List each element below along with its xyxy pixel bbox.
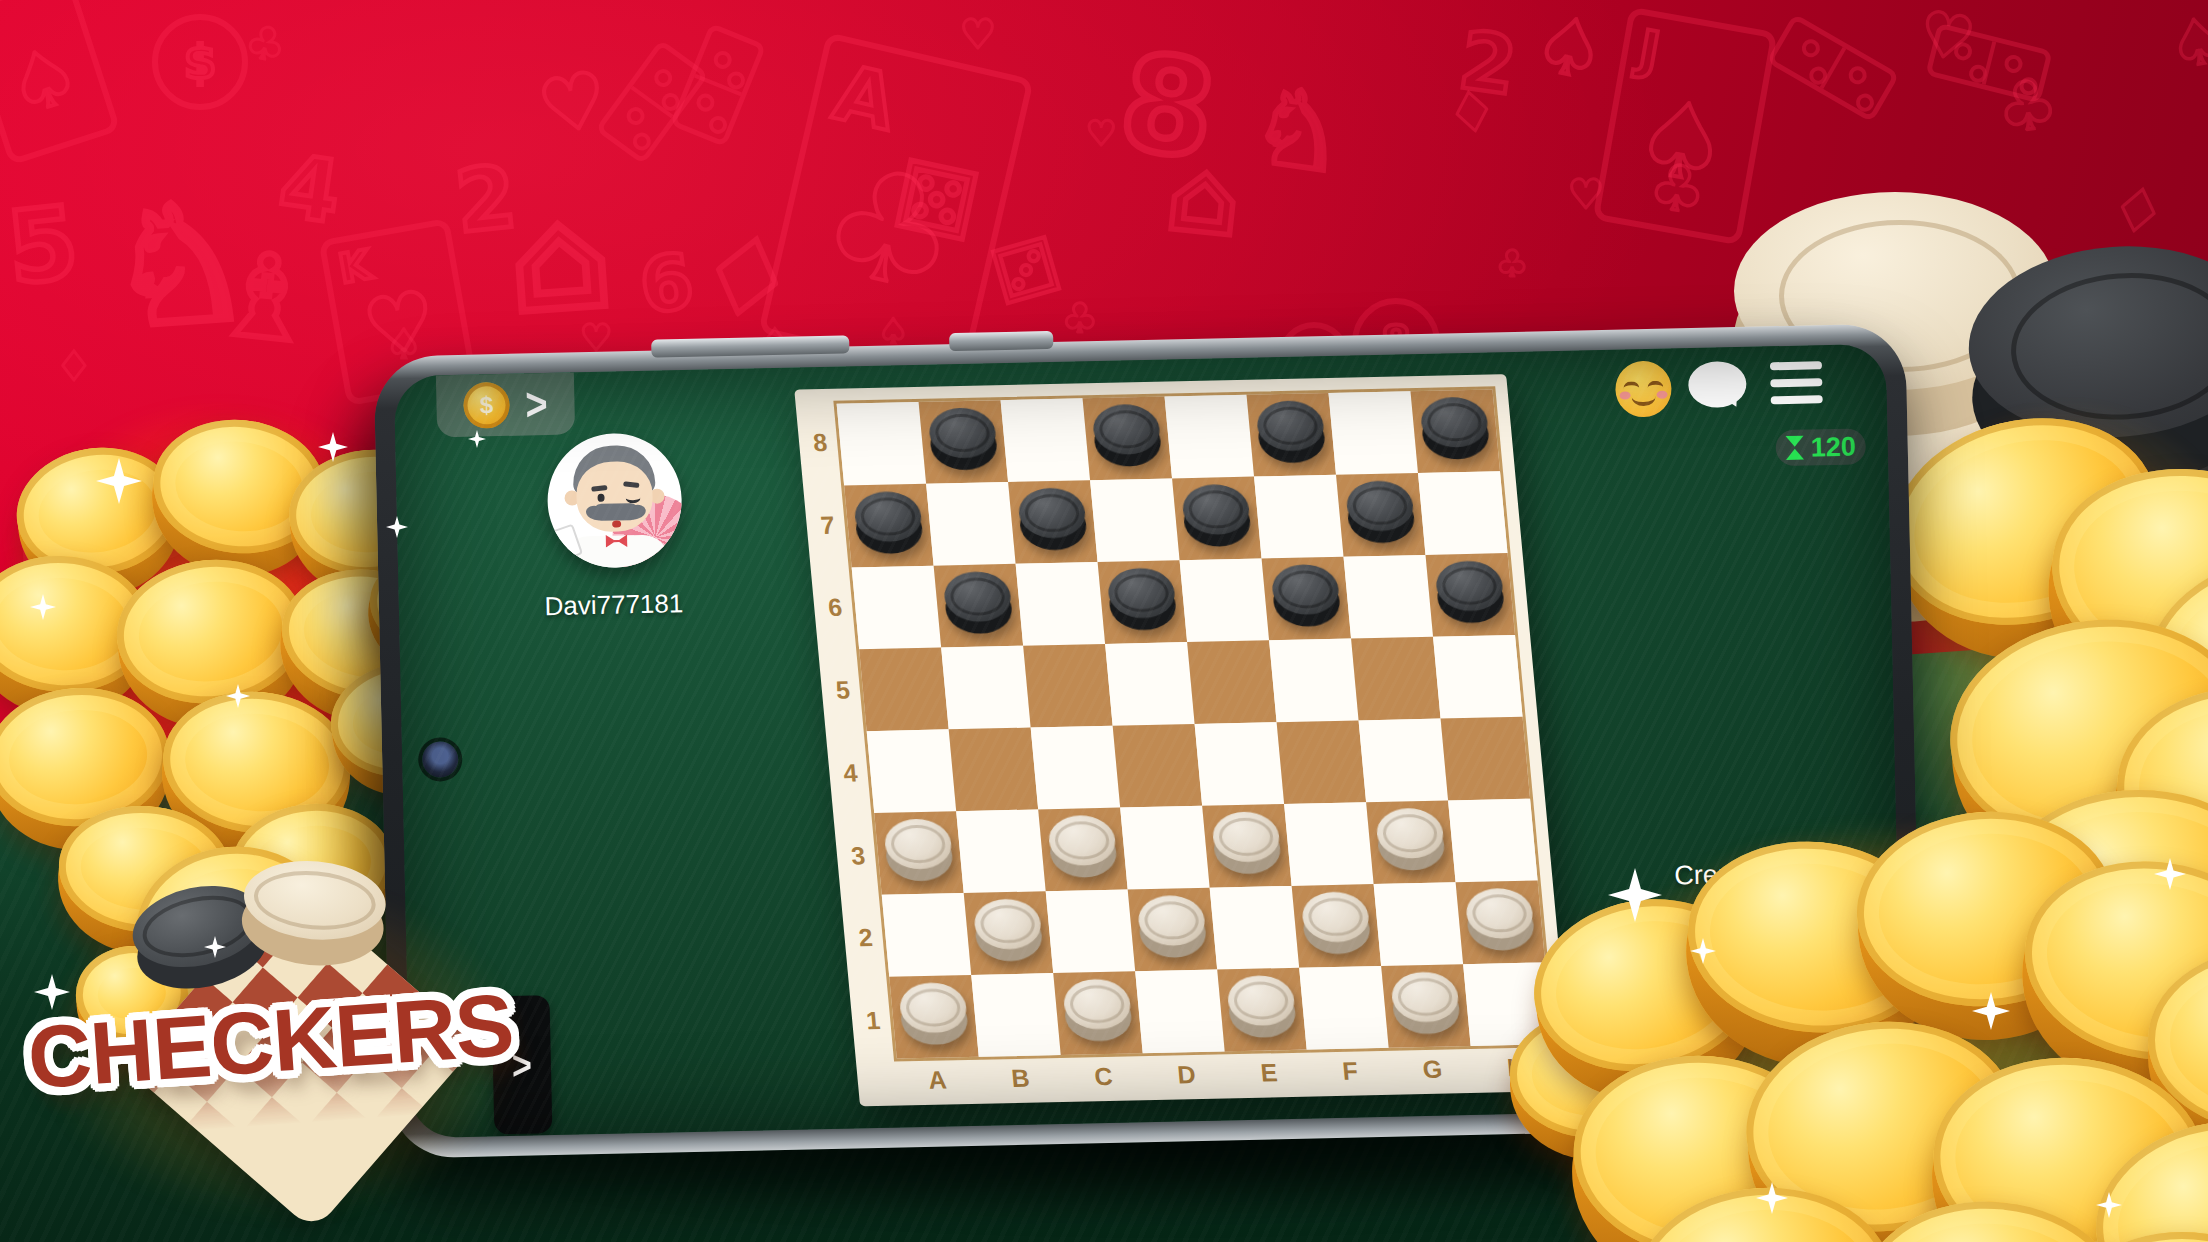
pattern-card-J: J♠ <box>1592 7 1777 246</box>
pattern-ring-7: 7 <box>120 482 198 560</box>
pattern-domino <box>1766 13 1900 122</box>
rank-label-5: 5 <box>835 676 852 705</box>
pattern-ring-$: $ <box>152 14 248 110</box>
square-A7[interactable] <box>844 484 934 568</box>
rank-label-3: 3 <box>850 841 867 870</box>
square-G3[interactable] <box>1366 800 1456 884</box>
black-piece-B6[interactable] <box>942 571 1014 634</box>
square-D6[interactable] <box>1098 560 1188 644</box>
pattern-glyph: ♥ <box>1915 2 1978 70</box>
square-B3[interactable] <box>956 809 1046 893</box>
pattern-glyph: ♠ <box>2165 8 2208 79</box>
square-D8[interactable] <box>1083 397 1173 481</box>
square-B7[interactable] <box>926 482 1016 566</box>
black-piece-A7[interactable] <box>853 491 925 554</box>
square-B4[interactable] <box>949 728 1039 812</box>
pattern-glyph: ♦ <box>689 216 805 339</box>
square-A6[interactable] <box>852 566 942 650</box>
square-D7[interactable] <box>1090 478 1180 562</box>
board-grid <box>833 386 1556 1061</box>
square-E8[interactable] <box>1165 395 1255 479</box>
square-H3[interactable] <box>1448 799 1538 883</box>
coin-balance-tab[interactable]: $ > <box>436 372 575 437</box>
pattern-glyph: ♥ <box>960 14 996 54</box>
pattern-glyph: ⌂ <box>1163 145 1245 252</box>
square-C5[interactable] <box>1023 644 1113 728</box>
chat-bubble-button[interactable] <box>1688 361 1747 408</box>
file-label-H: H <box>1506 1052 1527 1081</box>
pattern-glyph: ♠ <box>1529 4 1611 93</box>
file-label-B: B <box>1010 1063 1031 1092</box>
pattern-glyph: 2 <box>1455 21 1521 108</box>
menu-button[interactable] <box>1770 361 1823 404</box>
black-piece-F6[interactable] <box>1270 564 1342 627</box>
pattern-glyph: ♦ <box>1444 82 1501 144</box>
white-piece-G1[interactable] <box>1390 971 1462 1034</box>
file-label-A: A <box>927 1065 948 1094</box>
file-label-D: D <box>1176 1060 1197 1089</box>
white-piece-D2[interactable] <box>1136 895 1208 958</box>
rank-label-8: 8 <box>812 428 829 457</box>
file-label-F: F <box>1341 1056 1359 1085</box>
square-F7[interactable] <box>1254 475 1344 559</box>
square-G1[interactable] <box>1381 964 1471 1048</box>
square-H1[interactable] <box>1463 962 1553 1046</box>
square-G6[interactable] <box>1344 555 1434 639</box>
white-piece-C1[interactable] <box>1062 978 1134 1041</box>
front-camera <box>422 741 459 778</box>
local-player-avatar <box>1728 914 1857 1043</box>
square-C6[interactable] <box>1016 562 1106 646</box>
black-piece-H8[interactable] <box>1419 397 1491 460</box>
checkers-logo: CHECKERS <box>16 853 599 1241</box>
square-C7[interactable] <box>1008 480 1098 564</box>
pattern-glyph: ♣ <box>1646 154 1710 223</box>
white-piece-E3[interactable] <box>1211 811 1283 874</box>
pattern-glyph: ♦ <box>56 346 92 386</box>
white-piece-H2[interactable] <box>1464 888 1536 951</box>
square-E5[interactable] <box>1187 640 1277 724</box>
square-D4[interactable] <box>1113 724 1203 808</box>
white-piece-A3[interactable] <box>883 818 955 881</box>
square-C3[interactable] <box>1038 808 1128 892</box>
pattern-glyph: ♦ <box>2107 177 2170 245</box>
black-piece-D6[interactable] <box>1106 567 1178 630</box>
square-E7[interactable] <box>1172 477 1262 561</box>
emoji-smile-button[interactable] <box>1615 361 1672 418</box>
pattern-glyph: 4 <box>274 142 345 235</box>
pattern-card-A: A♣ <box>758 32 1034 380</box>
square-C1[interactable] <box>1053 971 1143 1055</box>
square-F8[interactable] <box>1247 393 1337 477</box>
pattern-glyph: ♞ <box>1245 72 1352 188</box>
square-A8[interactable] <box>837 402 927 486</box>
pattern-glyph: 8 <box>1113 34 1222 177</box>
square-B2[interactable] <box>964 891 1054 975</box>
square-A4[interactable] <box>867 729 957 813</box>
square-C4[interactable] <box>1031 726 1121 810</box>
square-B5[interactable] <box>941 646 1031 730</box>
gold-coin <box>8 437 189 606</box>
rank-label-2: 2 <box>857 923 874 952</box>
square-H2[interactable] <box>1456 881 1546 965</box>
square-B6[interactable] <box>934 564 1024 648</box>
square-E2[interactable] <box>1210 886 1300 970</box>
gold-coin-icon: $ <box>463 382 510 429</box>
square-F3[interactable] <box>1284 802 1374 886</box>
white-piece-E1[interactable] <box>1226 975 1298 1038</box>
black-piece-H6[interactable] <box>1434 560 1506 623</box>
pattern-glyph: ⌂ <box>505 187 615 334</box>
phone: $ > Davi777181 87654321 ABCDEFGH <box>373 323 1922 1158</box>
pattern-domino <box>595 39 709 165</box>
checkers-board: 87654321 ABCDEFGH <box>794 374 1572 1106</box>
local-player-progress <box>1722 894 1842 909</box>
square-E1[interactable] <box>1217 968 1307 1052</box>
gold-coin <box>0 550 155 722</box>
square-G7[interactable] <box>1336 473 1426 557</box>
square-D3[interactable] <box>1120 806 1210 890</box>
square-G8[interactable] <box>1328 391 1418 475</box>
pattern-domino <box>1925 23 2053 104</box>
chevron-right-icon: > <box>525 378 548 430</box>
square-G2[interactable] <box>1374 882 1464 966</box>
pattern-glyph: ♠ <box>878 314 908 348</box>
square-C2[interactable] <box>1046 889 1136 973</box>
square-A2[interactable] <box>882 893 972 977</box>
square-G5[interactable] <box>1351 637 1441 721</box>
pattern-glyph: ♣ <box>1994 70 2062 144</box>
file-label-G: G <box>1421 1054 1443 1083</box>
rank-label-7: 7 <box>819 510 836 539</box>
pattern-glyph: ⚂ <box>985 227 1067 316</box>
square-A1[interactable] <box>889 975 979 1059</box>
pattern-glyph: ⚄ <box>887 149 984 256</box>
square-B1[interactable] <box>971 973 1061 1057</box>
black-piece-F8[interactable] <box>1255 400 1327 463</box>
sparkle <box>30 594 56 620</box>
game-screen: $ > Davi777181 87654321 ABCDEFGH <box>394 344 1902 1138</box>
gold-coin <box>110 551 315 738</box>
light-checker-icon <box>238 855 389 971</box>
square-F5[interactable] <box>1269 639 1359 723</box>
sparkle <box>96 458 142 504</box>
pattern-glyph: ♣ <box>1062 298 1098 338</box>
move-timer: 120 <box>1775 428 1866 466</box>
black-piece-C7[interactable] <box>1017 487 1089 550</box>
pattern-glyph: 5 <box>3 193 83 300</box>
square-B8[interactable] <box>919 400 1009 484</box>
black-piece-D8[interactable] <box>1091 404 1163 467</box>
square-D1[interactable] <box>1135 970 1225 1054</box>
pattern-glyph: 6 <box>635 243 698 326</box>
white-piece-C3[interactable] <box>1047 815 1119 878</box>
rank-label-6: 6 <box>827 593 844 622</box>
pattern-glyph: ♥ <box>533 60 613 146</box>
square-F1[interactable] <box>1299 966 1389 1050</box>
square-E6[interactable] <box>1180 558 1270 642</box>
square-A5[interactable] <box>859 647 949 731</box>
pattern-glyph: 3 <box>15 484 85 580</box>
white-piece-A1[interactable] <box>898 982 970 1045</box>
square-C8[interactable] <box>1001 398 1091 482</box>
pattern-glyph: ♣ <box>1496 246 1528 282</box>
pattern-card-J: J♠ <box>0 0 121 166</box>
black-piece-B8[interactable] <box>927 407 999 470</box>
black-piece-E7[interactable] <box>1181 484 1253 547</box>
pattern-glyph: ♠ <box>386 324 422 364</box>
square-H8[interactable] <box>1410 389 1500 473</box>
square-D2[interactable] <box>1128 888 1218 972</box>
square-H6[interactable] <box>1426 553 1516 637</box>
white-piece-F2[interactable] <box>1300 891 1372 954</box>
white-piece-B2[interactable] <box>972 898 1044 961</box>
sparkle <box>226 684 250 708</box>
local-player-name: CreminhodeMilho <box>1640 855 1902 892</box>
sparkle <box>318 432 348 462</box>
black-cat-icon <box>1795 991 1842 1033</box>
square-D5[interactable] <box>1105 642 1195 726</box>
square-H5[interactable] <box>1433 635 1523 719</box>
pattern-glyph: ♥ <box>580 320 612 356</box>
rank-label-1: 1 <box>865 1006 882 1035</box>
pattern-glyph: ♣ <box>242 18 290 69</box>
square-F6[interactable] <box>1262 557 1352 641</box>
opponent-avatar <box>546 432 683 569</box>
square-E3[interactable] <box>1202 804 1292 888</box>
white-piece-G3[interactable] <box>1375 808 1447 871</box>
square-F4[interactable] <box>1277 720 1367 804</box>
opponent-name: Davi777181 <box>479 587 750 624</box>
pattern-glyph: ♝ <box>208 235 323 360</box>
gold-coin <box>144 411 331 584</box>
stage: 5♞♝42♥⌂6963♣⚄⚂8⌂♞2♦♠♣♥♣♦♠♦♣♠♥♦♣♥♣♥♦♠♥J♠K… <box>0 0 2208 1242</box>
hourglass-icon <box>1785 436 1804 460</box>
pattern-domino <box>670 23 767 147</box>
pattern-glyph: 2 <box>452 153 521 245</box>
square-H7[interactable] <box>1418 471 1508 555</box>
pattern-glyph: ♥ <box>1086 116 1116 150</box>
timer-value: 120 <box>1810 431 1856 463</box>
square-H4[interactable] <box>1441 717 1531 801</box>
pattern-ring-8: 8 <box>192 452 284 544</box>
black-piece-G7[interactable] <box>1345 480 1417 543</box>
square-F2[interactable] <box>1292 884 1382 968</box>
square-G4[interactable] <box>1359 719 1449 803</box>
pattern-glyph: ♞ <box>103 181 257 351</box>
phone-power-button <box>949 331 1053 351</box>
square-E4[interactable] <box>1195 722 1285 806</box>
rank-label-4: 4 <box>842 758 859 787</box>
file-label-C: C <box>1093 1061 1114 1090</box>
square-A3[interactable] <box>874 811 964 895</box>
phone-volume-button <box>651 335 849 357</box>
file-label-E: E <box>1259 1058 1278 1087</box>
pattern-glyph: ♥ <box>1568 174 1604 214</box>
